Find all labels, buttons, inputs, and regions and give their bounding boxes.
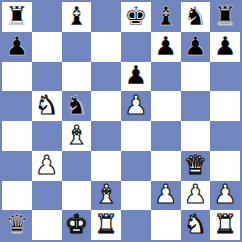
square-f6[interactable] — [151, 62, 181, 92]
chess-board: ♜♝♚♝♞♜♟♟♟♟♟♞♞♟♝♟♛♝♟♟♟♛♚♜♞♜ — [0, 0, 242, 242]
square-e6[interactable]: ♟ — [121, 62, 151, 92]
square-c5[interactable]: ♞ — [62, 91, 92, 121]
square-h7[interactable]: ♟ — [210, 32, 240, 62]
square-g8[interactable]: ♞ — [181, 2, 211, 32]
square-f2[interactable]: ♟ — [151, 181, 181, 211]
square-c1[interactable]: ♚ — [62, 210, 92, 240]
square-f1[interactable] — [151, 210, 181, 240]
square-g1[interactable]: ♞ — [181, 210, 211, 240]
piece-white-pawn[interactable]: ♟ — [184, 181, 207, 207]
square-g3[interactable]: ♛ — [181, 151, 211, 181]
square-d3[interactable] — [91, 151, 121, 181]
square-a7[interactable]: ♟ — [2, 32, 32, 62]
square-a5[interactable] — [2, 91, 32, 121]
square-g2[interactable]: ♟ — [181, 181, 211, 211]
piece-white-pawn[interactable]: ♟ — [213, 181, 236, 207]
piece-white-bishop[interactable]: ♝ — [65, 122, 88, 148]
square-g4[interactable] — [181, 121, 211, 151]
piece-black-queen[interactable]: ♛ — [5, 211, 28, 237]
square-c4[interactable]: ♝ — [62, 121, 92, 151]
piece-black-pawn[interactable]: ♟ — [5, 33, 28, 59]
square-b3[interactable]: ♟ — [32, 151, 62, 181]
square-e2[interactable] — [121, 181, 151, 211]
square-h4[interactable] — [210, 121, 240, 151]
square-a2[interactable] — [2, 181, 32, 211]
piece-white-king[interactable]: ♚ — [65, 211, 88, 237]
piece-black-pawn[interactable]: ♟ — [124, 62, 147, 88]
square-f3[interactable] — [151, 151, 181, 181]
square-d8[interactable] — [91, 2, 121, 32]
square-g6[interactable] — [181, 62, 211, 92]
square-e4[interactable] — [121, 121, 151, 151]
piece-black-knight[interactable]: ♞ — [184, 3, 207, 29]
piece-black-bishop[interactable]: ♝ — [154, 3, 177, 29]
square-d5[interactable] — [91, 91, 121, 121]
square-f8[interactable]: ♝ — [151, 2, 181, 32]
square-b6[interactable] — [32, 62, 62, 92]
square-a3[interactable] — [2, 151, 32, 181]
square-b1[interactable] — [32, 210, 62, 240]
piece-black-knight[interactable]: ♞ — [65, 92, 88, 118]
piece-black-rook[interactable]: ♜ — [5, 3, 28, 29]
square-c3[interactable] — [62, 151, 92, 181]
piece-black-pawn[interactable]: ♟ — [154, 33, 177, 59]
square-c2[interactable] — [62, 181, 92, 211]
square-e3[interactable] — [121, 151, 151, 181]
piece-white-rook[interactable]: ♜ — [213, 211, 236, 237]
square-c8[interactable]: ♝ — [62, 2, 92, 32]
square-g5[interactable] — [181, 91, 211, 121]
piece-white-pawn[interactable]: ♟ — [35, 152, 58, 178]
square-d6[interactable] — [91, 62, 121, 92]
piece-black-pawn[interactable]: ♟ — [213, 33, 236, 59]
square-b2[interactable] — [32, 181, 62, 211]
square-b5[interactable]: ♞ — [32, 91, 62, 121]
square-a1[interactable]: ♛ — [2, 210, 32, 240]
square-e1[interactable] — [121, 210, 151, 240]
square-f4[interactable] — [151, 121, 181, 151]
square-d4[interactable] — [91, 121, 121, 151]
square-d1[interactable]: ♜ — [91, 210, 121, 240]
square-h2[interactable]: ♟ — [210, 181, 240, 211]
piece-black-rook[interactable]: ♜ — [213, 3, 236, 29]
square-b4[interactable] — [32, 121, 62, 151]
piece-black-pawn[interactable]: ♟ — [184, 33, 207, 59]
piece-black-king[interactable]: ♚ — [124, 3, 147, 29]
square-g7[interactable]: ♟ — [181, 32, 211, 62]
piece-white-bishop[interactable]: ♝ — [94, 181, 117, 207]
square-c7[interactable] — [62, 32, 92, 62]
square-h1[interactable]: ♜ — [210, 210, 240, 240]
piece-white-queen[interactable]: ♛ — [184, 152, 207, 178]
chess-diagram: ♜♝♚♝♞♜♟♟♟♟♟♞♞♟♝♟♛♝♟♟♟♛♚♜♞♜ — [0, 0, 242, 242]
piece-white-pawn[interactable]: ♟ — [124, 92, 147, 118]
square-h5[interactable] — [210, 91, 240, 121]
square-e8[interactable]: ♚ — [121, 2, 151, 32]
square-h8[interactable]: ♜ — [210, 2, 240, 32]
square-h6[interactable] — [210, 62, 240, 92]
square-e5[interactable]: ♟ — [121, 91, 151, 121]
square-h3[interactable] — [210, 151, 240, 181]
square-f5[interactable] — [151, 91, 181, 121]
square-b7[interactable] — [32, 32, 62, 62]
square-a6[interactable] — [2, 62, 32, 92]
piece-black-bishop[interactable]: ♝ — [65, 3, 88, 29]
square-f7[interactable]: ♟ — [151, 32, 181, 62]
piece-white-knight[interactable]: ♞ — [184, 211, 207, 237]
square-c6[interactable] — [62, 62, 92, 92]
square-a4[interactable] — [2, 121, 32, 151]
square-d2[interactable]: ♝ — [91, 181, 121, 211]
piece-white-rook[interactable]: ♜ — [94, 211, 117, 237]
piece-white-knight[interactable]: ♞ — [35, 92, 58, 118]
square-a8[interactable]: ♜ — [2, 2, 32, 32]
square-e7[interactable] — [121, 32, 151, 62]
square-b8[interactable] — [32, 2, 62, 32]
square-d7[interactable] — [91, 32, 121, 62]
piece-white-pawn[interactable]: ♟ — [154, 181, 177, 207]
